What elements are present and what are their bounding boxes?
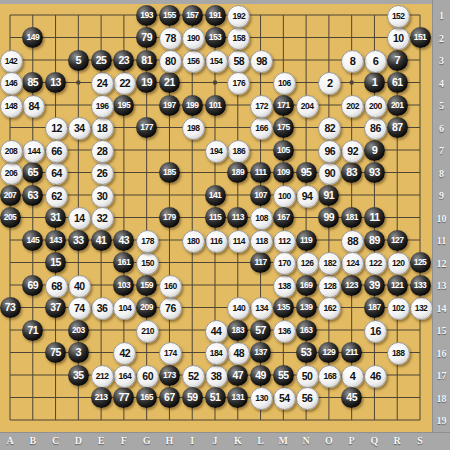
stone-1[interactable]: 1 — [364, 72, 385, 93]
stone-87[interactable]: 87 — [387, 117, 408, 138]
column-label-M: M — [275, 435, 291, 446]
stone-126[interactable]: 126 — [296, 252, 319, 275]
top-border-strip — [0, 0, 450, 4]
stone-41[interactable]: 41 — [91, 230, 112, 251]
stone-95[interactable]: 95 — [296, 162, 317, 183]
row-label-16: 16 — [434, 348, 449, 359]
column-label-I: I — [184, 435, 200, 446]
column-label-B: B — [25, 435, 41, 446]
row-label-13: 13 — [434, 280, 449, 291]
stone-155[interactable]: 155 — [159, 5, 180, 26]
stone-8[interactable]: 8 — [341, 50, 364, 73]
stone-209[interactable]: 209 — [136, 297, 157, 318]
stone-187[interactable]: 187 — [364, 297, 385, 318]
stone-146[interactable]: 146 — [0, 72, 23, 95]
row-label-1: 1 — [434, 10, 449, 21]
stone-62[interactable]: 62 — [45, 185, 68, 208]
stone-168[interactable]: 168 — [318, 365, 341, 388]
stone-112[interactable]: 112 — [273, 230, 296, 253]
stone-96[interactable]: 96 — [318, 140, 341, 163]
stone-123[interactable]: 123 — [341, 275, 362, 296]
column-label-F: F — [116, 435, 132, 446]
stone-31[interactable]: 31 — [45, 207, 66, 228]
stone-6[interactable]: 6 — [364, 50, 387, 73]
stone-73[interactable]: 73 — [0, 297, 21, 318]
stone-211[interactable]: 211 — [341, 342, 362, 363]
row-label-14: 14 — [434, 303, 449, 314]
stone-165[interactable]: 165 — [136, 387, 157, 408]
stone-213[interactable]: 213 — [91, 387, 112, 408]
stone-92[interactable]: 92 — [341, 140, 364, 163]
stone-66[interactable]: 66 — [45, 140, 68, 163]
stone-7[interactable]: 7 — [387, 50, 408, 71]
stone-114[interactable]: 114 — [227, 230, 250, 253]
stone-30[interactable]: 30 — [91, 185, 114, 208]
stone-197[interactable]: 197 — [159, 95, 180, 116]
stone-94[interactable]: 94 — [296, 185, 319, 208]
stone-111[interactable]: 111 — [250, 162, 271, 183]
stone-142[interactable]: 142 — [0, 50, 23, 73]
stone-137[interactable]: 137 — [250, 342, 271, 363]
stone-139[interactable]: 139 — [296, 297, 317, 318]
stone-154[interactable]: 154 — [205, 50, 228, 73]
stone-56[interactable]: 56 — [296, 387, 319, 410]
stone-86[interactable]: 86 — [364, 117, 387, 140]
stone-159[interactable]: 159 — [136, 275, 157, 296]
column-label-D: D — [70, 435, 86, 446]
stone-109[interactable]: 109 — [273, 162, 294, 183]
stone-103[interactable]: 103 — [113, 275, 134, 296]
stone-79[interactable]: 79 — [136, 27, 157, 48]
stone-64[interactable]: 64 — [45, 162, 68, 185]
row-label-4: 4 — [434, 78, 449, 89]
stone-152[interactable]: 152 — [387, 5, 410, 28]
stone-26[interactable]: 26 — [91, 162, 114, 185]
row-label-6: 6 — [434, 123, 449, 134]
stone-5[interactable]: 5 — [68, 50, 89, 71]
stone-171[interactable]: 171 — [273, 95, 294, 116]
stone-43[interactable]: 43 — [113, 230, 134, 251]
stone-38[interactable]: 38 — [205, 365, 228, 388]
stone-25[interactable]: 25 — [91, 50, 112, 71]
stone-32[interactable]: 32 — [91, 207, 114, 230]
stone-178[interactable]: 178 — [136, 230, 159, 253]
stone-16[interactable]: 16 — [364, 320, 387, 343]
row-label-12: 12 — [434, 258, 449, 269]
stone-81[interactable]: 81 — [136, 50, 157, 71]
stone-198[interactable]: 198 — [182, 117, 205, 140]
stone-180[interactable]: 180 — [182, 230, 205, 253]
stone-51[interactable]: 51 — [205, 387, 226, 408]
row-label-2: 2 — [434, 33, 449, 44]
stone-24[interactable]: 24 — [91, 72, 114, 95]
stone-132[interactable]: 132 — [410, 297, 433, 320]
stone-47[interactable]: 47 — [227, 365, 248, 386]
stone-106[interactable]: 106 — [273, 72, 296, 95]
stone-200[interactable]: 200 — [364, 95, 387, 118]
stone-153[interactable]: 153 — [205, 27, 226, 48]
stone-121[interactable]: 121 — [387, 275, 408, 296]
stone-156[interactable]: 156 — [182, 50, 205, 73]
stone-201[interactable]: 201 — [387, 95, 408, 116]
stone-128[interactable]: 128 — [318, 275, 341, 298]
stone-191[interactable]: 191 — [205, 5, 226, 26]
stone-169[interactable]: 169 — [296, 275, 317, 296]
row-label-9: 9 — [434, 190, 449, 201]
stone-75[interactable]: 75 — [45, 342, 66, 363]
column-label-G: G — [139, 435, 155, 446]
stone-130[interactable]: 130 — [250, 387, 273, 410]
stone-46[interactable]: 46 — [364, 365, 387, 388]
stone-10[interactable]: 10 — [387, 27, 410, 50]
stone-60[interactable]: 60 — [136, 365, 159, 388]
stone-78[interactable]: 78 — [159, 27, 182, 50]
row-label-18: 18 — [434, 393, 449, 404]
stone-133[interactable]: 133 — [410, 275, 431, 296]
stone-175[interactable]: 175 — [273, 117, 294, 138]
stone-15[interactable]: 15 — [45, 252, 66, 273]
stone-28[interactable]: 28 — [91, 140, 114, 163]
row-label-11: 11 — [434, 235, 449, 246]
stone-207[interactable]: 207 — [0, 185, 21, 206]
stone-167[interactable]: 167 — [273, 207, 294, 228]
stone-204[interactable]: 204 — [296, 95, 319, 118]
stone-105[interactable]: 105 — [273, 140, 294, 161]
stone-50[interactable]: 50 — [296, 365, 319, 388]
stone-54[interactable]: 54 — [273, 387, 296, 410]
stone-136[interactable]: 136 — [273, 320, 296, 343]
stone-141[interactable]: 141 — [205, 185, 226, 206]
stone-91[interactable]: 91 — [318, 185, 339, 206]
stone-119[interactable]: 119 — [296, 230, 317, 251]
stone-185[interactable]: 185 — [159, 162, 180, 183]
stone-173[interactable]: 173 — [159, 365, 180, 386]
stone-145[interactable]: 145 — [22, 230, 43, 251]
stone-74[interactable]: 74 — [68, 297, 91, 320]
stone-89[interactable]: 89 — [364, 230, 385, 251]
stone-18[interactable]: 18 — [91, 117, 114, 140]
stone-23[interactable]: 23 — [113, 50, 134, 71]
column-label-N: N — [298, 435, 314, 446]
stone-181[interactable]: 181 — [341, 207, 362, 228]
stone-206[interactable]: 206 — [0, 162, 23, 185]
stone-177[interactable]: 177 — [136, 117, 157, 138]
stone-98[interactable]: 98 — [250, 50, 273, 73]
stone-134[interactable]: 134 — [250, 297, 273, 320]
stone-166[interactable]: 166 — [250, 117, 273, 140]
stone-13[interactable]: 13 — [45, 72, 66, 93]
column-label-P: P — [344, 435, 360, 446]
stone-12[interactable]: 12 — [45, 117, 68, 140]
column-label-C: C — [48, 435, 64, 446]
stone-194[interactable]: 194 — [205, 140, 228, 163]
stone-116[interactable]: 116 — [205, 230, 228, 253]
stone-61[interactable]: 61 — [387, 72, 408, 93]
stone-172[interactable]: 172 — [250, 95, 273, 118]
stone-37[interactable]: 37 — [45, 297, 66, 318]
column-label-J: J — [207, 435, 223, 446]
stone-14[interactable]: 14 — [68, 207, 91, 230]
stone-21[interactable]: 21 — [159, 72, 180, 93]
stone-108[interactable]: 108 — [250, 207, 273, 230]
stone-34[interactable]: 34 — [68, 117, 91, 140]
stone-80[interactable]: 80 — [159, 50, 182, 73]
column-label-A: A — [2, 435, 18, 446]
row-label-strip: 12345678910111213141516171819 — [432, 0, 450, 450]
stone-76[interactable]: 76 — [159, 297, 182, 320]
stone-160[interactable]: 160 — [159, 275, 182, 298]
column-label-O: O — [321, 435, 337, 446]
stone-212[interactable]: 212 — [91, 365, 114, 388]
stone-3[interactable]: 3 — [68, 342, 89, 363]
stone-84[interactable]: 84 — [22, 95, 45, 118]
stone-127[interactable]: 127 — [387, 230, 408, 251]
stone-9[interactable]: 9 — [364, 140, 385, 161]
stone-55[interactable]: 55 — [273, 365, 294, 386]
stone-205[interactable]: 205 — [0, 207, 21, 228]
stone-138[interactable]: 138 — [273, 275, 296, 298]
stone-57[interactable]: 57 — [250, 320, 271, 341]
column-label-E: E — [93, 435, 109, 446]
stone-122[interactable]: 122 — [364, 252, 387, 275]
stone-179[interactable]: 179 — [159, 207, 180, 228]
stone-120[interactable]: 120 — [387, 252, 410, 275]
go-board-screenshot: 1234567891011121314151618192122232425262… — [0, 0, 450, 450]
stone-196[interactable]: 196 — [91, 95, 114, 118]
stone-35[interactable]: 35 — [68, 365, 89, 386]
stone-88[interactable]: 88 — [341, 230, 364, 253]
stone-195[interactable]: 195 — [113, 95, 134, 116]
stone-40[interactable]: 40 — [68, 275, 91, 298]
stone-71[interactable]: 71 — [22, 320, 43, 341]
stone-19[interactable]: 19 — [136, 72, 157, 93]
stone-186[interactable]: 186 — [227, 140, 250, 163]
row-label-10: 10 — [434, 213, 449, 224]
column-label-K: K — [230, 435, 246, 446]
stone-44[interactable]: 44 — [205, 320, 228, 343]
stone-124[interactable]: 124 — [341, 252, 364, 275]
stone-183[interactable]: 183 — [227, 320, 248, 341]
row-label-17: 17 — [434, 370, 449, 381]
stone-143[interactable]: 143 — [45, 230, 66, 251]
stone-151[interactable]: 151 — [410, 27, 431, 48]
stone-36[interactable]: 36 — [91, 297, 114, 320]
column-label-strip: ABCDEFGHIJKLMNOPQRS — [0, 432, 450, 450]
stone-4[interactable]: 4 — [341, 365, 364, 388]
stone-170[interactable]: 170 — [273, 252, 296, 275]
row-label-19: 19 — [434, 415, 449, 426]
stone-11[interactable]: 11 — [364, 207, 385, 228]
column-label-Q: Q — [366, 435, 382, 446]
stone-117[interactable]: 117 — [250, 252, 271, 273]
stone-164[interactable]: 164 — [113, 365, 136, 388]
stone-69[interactable]: 69 — [22, 275, 43, 296]
stone-102[interactable]: 102 — [387, 297, 410, 320]
stone-188[interactable]: 188 — [387, 342, 410, 365]
row-label-8: 8 — [434, 168, 449, 179]
stone-135[interactable]: 135 — [273, 297, 294, 318]
stone-208[interactable]: 208 — [0, 140, 23, 163]
row-label-7: 7 — [434, 145, 449, 156]
row-label-5: 5 — [434, 100, 449, 111]
stone-63[interactable]: 63 — [22, 185, 43, 206]
stone-118[interactable]: 118 — [250, 230, 273, 253]
stone-202[interactable]: 202 — [341, 95, 364, 118]
stone-53[interactable]: 53 — [296, 342, 317, 363]
stone-45[interactable]: 45 — [341, 387, 362, 408]
column-label-H: H — [161, 435, 177, 446]
stone-68[interactable]: 68 — [45, 275, 68, 298]
stone-83[interactable]: 83 — [341, 162, 362, 183]
stone-115[interactable]: 115 — [205, 207, 226, 228]
stone-192[interactable]: 192 — [227, 5, 250, 28]
stone-199[interactable]: 199 — [182, 95, 203, 116]
stone-163[interactable]: 163 — [296, 320, 317, 341]
stone-184[interactable]: 184 — [205, 342, 228, 365]
stone-203[interactable]: 203 — [68, 320, 89, 341]
stone-190[interactable]: 190 — [182, 27, 205, 50]
stone-210[interactable]: 210 — [136, 320, 159, 343]
stone-193[interactable]: 193 — [136, 5, 157, 26]
stone-58[interactable]: 58 — [227, 50, 250, 73]
stone-59[interactable]: 59 — [182, 387, 203, 408]
stone-144[interactable]: 144 — [22, 140, 45, 163]
stone-125[interactable]: 125 — [410, 252, 431, 273]
stone-148[interactable]: 148 — [0, 95, 23, 118]
stone-93[interactable]: 93 — [364, 162, 385, 183]
stone-49[interactable]: 49 — [250, 365, 271, 386]
stone-157[interactable]: 157 — [182, 5, 203, 26]
row-label-15: 15 — [434, 325, 449, 336]
stone-174[interactable]: 174 — [159, 342, 182, 365]
column-label-R: R — [389, 435, 405, 446]
stone-67[interactable]: 67 — [159, 387, 180, 408]
column-label-L: L — [253, 435, 269, 446]
stone-52[interactable]: 52 — [182, 365, 205, 388]
column-label-S: S — [412, 435, 428, 446]
stone-101[interactable]: 101 — [205, 95, 226, 116]
stone-39[interactable]: 39 — [364, 275, 385, 296]
stone-33[interactable]: 33 — [68, 230, 89, 251]
row-label-3: 3 — [434, 55, 449, 66]
stone-107[interactable]: 107 — [250, 185, 271, 206]
stone-100[interactable]: 100 — [273, 185, 296, 208]
stone-150[interactable]: 150 — [136, 252, 159, 275]
